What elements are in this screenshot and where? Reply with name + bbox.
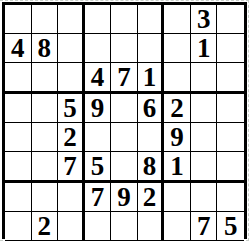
cell-r2c2[interactable]: 8 xyxy=(32,34,59,63)
cell-r7c1[interactable] xyxy=(5,183,32,212)
screenshot-root: 348147159622975817922753 xyxy=(0,0,249,241)
cell-r7c4[interactable]: 7 xyxy=(85,183,112,212)
cell-r5c2[interactable] xyxy=(32,123,59,152)
cell-r7c9[interactable] xyxy=(217,183,244,212)
cell-r6c1[interactable] xyxy=(5,152,32,183)
cell-r8c6[interactable] xyxy=(138,212,165,241)
cell-r3c4[interactable]: 4 xyxy=(85,63,112,94)
cell-r8c8[interactable]: 7 xyxy=(191,212,218,241)
cell-r5c8[interactable] xyxy=(191,123,218,152)
cell-r1c3[interactable] xyxy=(58,5,85,34)
cell-r4c7[interactable]: 2 xyxy=(164,94,191,123)
cell-r1c4[interactable] xyxy=(85,5,112,34)
cell-r3c8[interactable] xyxy=(191,63,218,94)
cell-r8c1[interactable] xyxy=(5,212,32,241)
cell-r4c3[interactable]: 5 xyxy=(58,94,85,123)
cell-r2c5[interactable] xyxy=(111,34,138,63)
cell-r5c1[interactable] xyxy=(5,123,32,152)
cell-r7c5[interactable]: 9 xyxy=(111,183,138,212)
cell-r8c2[interactable]: 2 xyxy=(32,212,59,241)
cell-r2c8[interactable]: 1 xyxy=(191,34,218,63)
cell-r7c2[interactable] xyxy=(32,183,59,212)
cell-r6c6[interactable]: 8 xyxy=(138,152,165,183)
cell-r5c3[interactable]: 2 xyxy=(58,123,85,152)
cell-r4c9[interactable] xyxy=(217,94,244,123)
cell-r2c9[interactable] xyxy=(217,34,244,63)
cell-r1c2[interactable] xyxy=(32,5,59,34)
cell-r5c9[interactable] xyxy=(217,123,244,152)
cell-r7c7[interactable] xyxy=(164,183,191,212)
cell-r6c3[interactable]: 7 xyxy=(58,152,85,183)
cell-r7c8[interactable] xyxy=(191,183,218,212)
cell-r3c7[interactable] xyxy=(164,63,191,94)
spreadsheet-gridline-top xyxy=(0,0,249,1)
cell-r4c4[interactable]: 9 xyxy=(85,94,112,123)
cell-r6c4[interactable]: 5 xyxy=(85,152,112,183)
cell-r8c7[interactable] xyxy=(164,212,191,241)
cell-r1c6[interactable] xyxy=(138,5,165,34)
cell-r8c5[interactable] xyxy=(111,212,138,241)
sudoku-board: 348147159622975817922753 xyxy=(2,2,247,239)
cell-r6c8[interactable] xyxy=(191,152,218,183)
cell-r3c3[interactable] xyxy=(58,63,85,94)
cell-r6c2[interactable] xyxy=(32,152,59,183)
cell-r2c7[interactable] xyxy=(164,34,191,63)
cell-r5c6[interactable] xyxy=(138,123,165,152)
cell-r4c1[interactable] xyxy=(5,94,32,123)
spreadsheet-gridline-right xyxy=(248,0,249,241)
cell-r6c9[interactable] xyxy=(217,152,244,183)
cell-r4c8[interactable] xyxy=(191,94,218,123)
cell-r5c7[interactable]: 9 xyxy=(164,123,191,152)
cell-r6c5[interactable] xyxy=(111,152,138,183)
cell-r2c3[interactable] xyxy=(58,34,85,63)
cell-r1c7[interactable] xyxy=(164,5,191,34)
cell-r4c5[interactable] xyxy=(111,94,138,123)
cell-r8c9[interactable]: 5 xyxy=(217,212,244,241)
cell-r4c6[interactable]: 6 xyxy=(138,94,165,123)
cell-r7c6[interactable]: 2 xyxy=(138,183,165,212)
cell-r2c6[interactable] xyxy=(138,34,165,63)
cell-r2c4[interactable] xyxy=(85,34,112,63)
cell-r6c7[interactable]: 1 xyxy=(164,152,191,183)
cell-r8c3[interactable] xyxy=(58,212,85,241)
cell-r7c3[interactable] xyxy=(58,183,85,212)
cell-r2c1[interactable]: 4 xyxy=(5,34,32,63)
cell-r3c6[interactable]: 1 xyxy=(138,63,165,94)
cell-r1c1[interactable] xyxy=(5,5,32,34)
cell-r1c8[interactable]: 3 xyxy=(191,5,218,34)
cell-r3c5[interactable]: 7 xyxy=(111,63,138,94)
cell-r5c5[interactable] xyxy=(111,123,138,152)
cell-r3c9[interactable] xyxy=(217,63,244,94)
cell-r8c4[interactable] xyxy=(85,212,112,241)
cell-r3c2[interactable] xyxy=(32,63,59,94)
cell-r1c5[interactable] xyxy=(111,5,138,34)
cell-r1c9[interactable] xyxy=(217,5,244,34)
cell-r4c2[interactable] xyxy=(32,94,59,123)
cell-r5c4[interactable] xyxy=(85,123,112,152)
cell-r3c1[interactable] xyxy=(5,63,32,94)
